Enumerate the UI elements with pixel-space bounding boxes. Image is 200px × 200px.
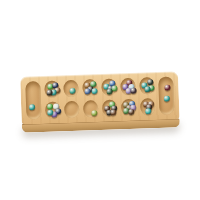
photo-background — [0, 0, 200, 200]
gem-stone — [144, 86, 150, 92]
gem-stone — [110, 110, 116, 116]
right-store — [158, 76, 174, 115]
pit-bottom-4[interactable] — [102, 99, 118, 117]
mancala-board — [20, 71, 180, 132]
gem-stone — [164, 96, 170, 102]
gem-stone — [29, 104, 35, 110]
pit-bottom-6[interactable] — [140, 98, 156, 116]
pit-bottom-3[interactable] — [83, 100, 99, 118]
gem-stone — [146, 108, 152, 114]
gem-stone — [46, 89, 52, 95]
pit-grid — [43, 76, 156, 120]
gem-stone — [84, 89, 90, 95]
pit-top-2[interactable] — [63, 80, 79, 98]
pit-top-4[interactable] — [101, 78, 117, 96]
gem-stone — [92, 110, 98, 116]
pit-bottom-5[interactable] — [121, 99, 137, 117]
pit-top-1[interactable] — [44, 80, 60, 98]
gem-stone — [91, 88, 97, 94]
pit-top-3[interactable] — [82, 79, 98, 97]
gem-stone — [128, 109, 134, 115]
gem-stone — [130, 88, 136, 94]
gem-stone — [111, 85, 117, 91]
gem-stone — [69, 88, 75, 94]
gem-stone — [164, 84, 170, 90]
pit-top-5[interactable] — [120, 78, 136, 96]
board-top-surface — [20, 71, 180, 124]
gem-stone — [106, 89, 112, 95]
left-store — [25, 81, 41, 120]
pit-bottom-2[interactable] — [64, 101, 80, 119]
pit-bottom-1[interactable] — [45, 101, 61, 119]
pit-top-6[interactable] — [139, 77, 155, 95]
